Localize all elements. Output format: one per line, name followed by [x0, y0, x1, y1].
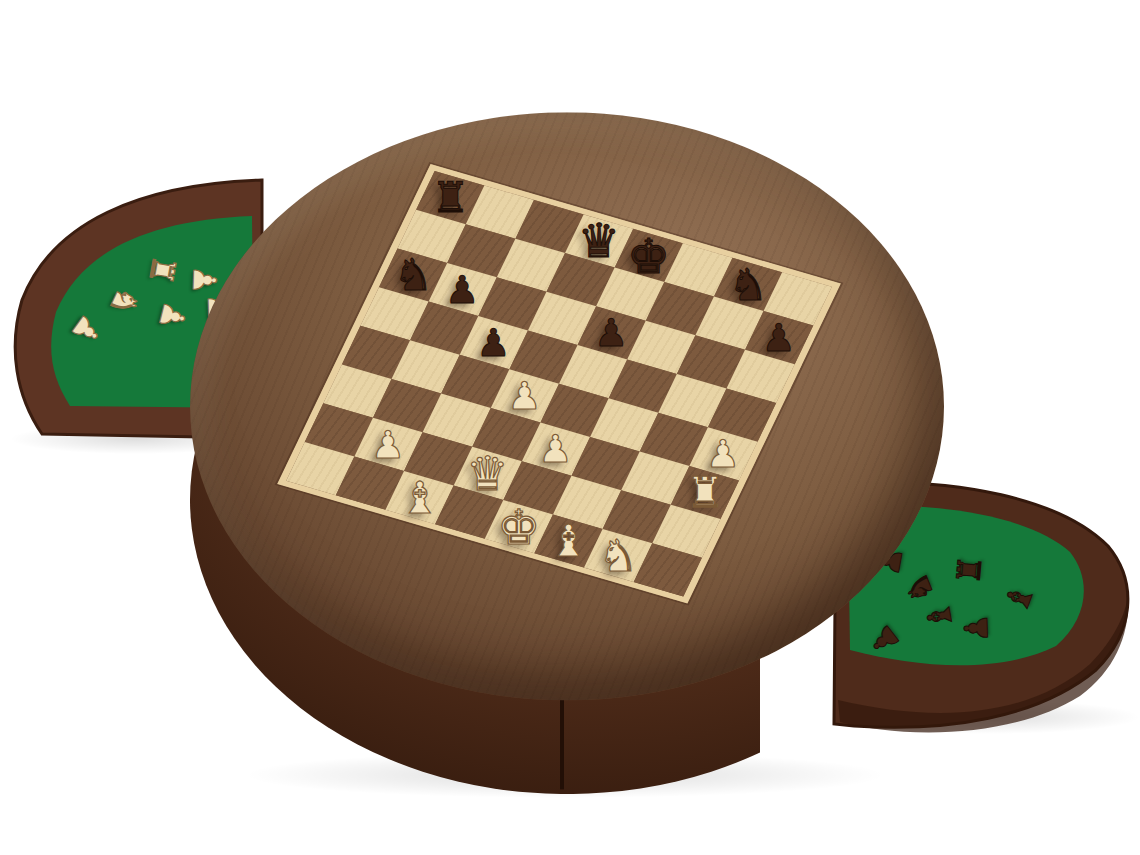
- black-pawn-a7[interactable]: ♟: [762, 319, 796, 357]
- black-knight-b8[interactable]: ♞: [728, 262, 767, 306]
- white-pawn-d3[interactable]: ♟: [539, 430, 573, 468]
- white-rook-a3[interactable]: ♜: [686, 472, 724, 514]
- black-knight-h6[interactable]: ♞: [393, 253, 432, 297]
- black-pawn-d6[interactable]: ♟: [595, 314, 629, 352]
- black-rook-h8[interactable]: ♜: [431, 177, 469, 219]
- black-pawn-f5[interactable]: ♟: [477, 324, 511, 362]
- chess-set-photo: ♜♟♞♟♟♟♟♞♜♝♟♝♟ ♜♛♚♞♟♞♟♟♟♟♟♟♜♟♛♝♚♝♞: [0, 0, 1140, 855]
- black-pawn-g6[interactable]: ♟: [446, 270, 480, 308]
- board-perspective-wrapper: ♜♛♚♞♟♞♟♟♟♟♟♟♜♟♛♝♚♝♞: [0, 0, 1140, 855]
- white-bishop-c1[interactable]: ♝: [549, 519, 588, 563]
- white-bishop-f1[interactable]: ♝: [400, 476, 439, 520]
- black-queen-e8[interactable]: ♛: [578, 217, 620, 264]
- white-pawn-g2[interactable]: ♟: [371, 425, 405, 463]
- white-king-d1[interactable]: ♚: [497, 503, 540, 551]
- white-queen-e2[interactable]: ♛: [467, 450, 509, 497]
- white-pawn-e4[interactable]: ♟: [508, 377, 542, 415]
- white-knight-b1[interactable]: ♞: [598, 533, 637, 577]
